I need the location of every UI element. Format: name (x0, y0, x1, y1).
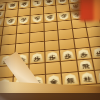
piece-pawn-sente[interactable]: 歩 (76, 49, 91, 59)
piece-pawn-sente[interactable]: 歩 (46, 51, 60, 61)
board-cell-4g[interactable]: 歩 (45, 51, 60, 63)
board-cell-3e[interactable] (59, 29, 73, 39)
board-cell-3h[interactable] (61, 60, 77, 72)
piece-pawn-sente[interactable]: 歩 (61, 50, 75, 60)
piece-pawn-sente[interactable]: 歩 (92, 47, 100, 57)
blurred-red-object (80, 0, 100, 21)
board-cell-2g[interactable]: 歩 (76, 48, 92, 60)
board-cell-1f[interactable] (89, 36, 100, 47)
board-cell-1h[interactable] (93, 58, 100, 70)
piece-pawn-gote[interactable]: 歩 (4, 17, 16, 25)
piece-silver-sente[interactable]: 銀 (63, 73, 79, 85)
board-cell-3f[interactable] (59, 39, 74, 50)
table-surface (0, 93, 100, 100)
board-cell-1e[interactable] (87, 27, 100, 37)
board-cell-2e[interactable] (73, 28, 88, 38)
board-cell-5g[interactable]: 歩 (30, 52, 45, 64)
board-cell-2h[interactable]: 飛 (77, 59, 94, 71)
board-cell-5e[interactable] (30, 32, 43, 42)
board-cell-7e[interactable] (2, 34, 16, 44)
piece-lance-sente[interactable]: 香 (96, 71, 100, 83)
board-cell-3g[interactable]: 歩 (60, 49, 76, 61)
piece-knight-sente[interactable]: 桂 (80, 72, 96, 84)
board-cell-2i[interactable]: 桂 (79, 71, 97, 84)
piece-rook-sente[interactable]: 飛 (78, 60, 94, 71)
board-cell-4e[interactable] (44, 31, 58, 41)
piece-gold-gote[interactable]: 金 (19, 1, 30, 8)
board-cell-5f[interactable] (30, 42, 44, 53)
piece-pawn-gote[interactable]: 歩 (58, 12, 70, 20)
piece-pawn-gote[interactable]: 歩 (31, 15, 43, 23)
shogi-photo-scene: 香桂銀金王金銀桂香飛角歩歩歩歩歩歩歩歩歩歩歩歩歩歩歩歩歩歩角飛香桂銀金玉金銀桂香 (0, 0, 100, 100)
board-cell-6e[interactable] (16, 33, 30, 43)
board-cell-4f[interactable] (45, 40, 59, 51)
piece-pawn-sente[interactable]: 歩 (30, 53, 43, 63)
piece-pawn-gote[interactable]: 歩 (44, 14, 56, 22)
board-cell-1g[interactable]: 歩 (91, 47, 100, 59)
piece-pawn-gote[interactable]: 歩 (18, 16, 30, 24)
board-cell-4h[interactable] (45, 62, 61, 74)
board-cell-2f[interactable] (74, 38, 90, 49)
